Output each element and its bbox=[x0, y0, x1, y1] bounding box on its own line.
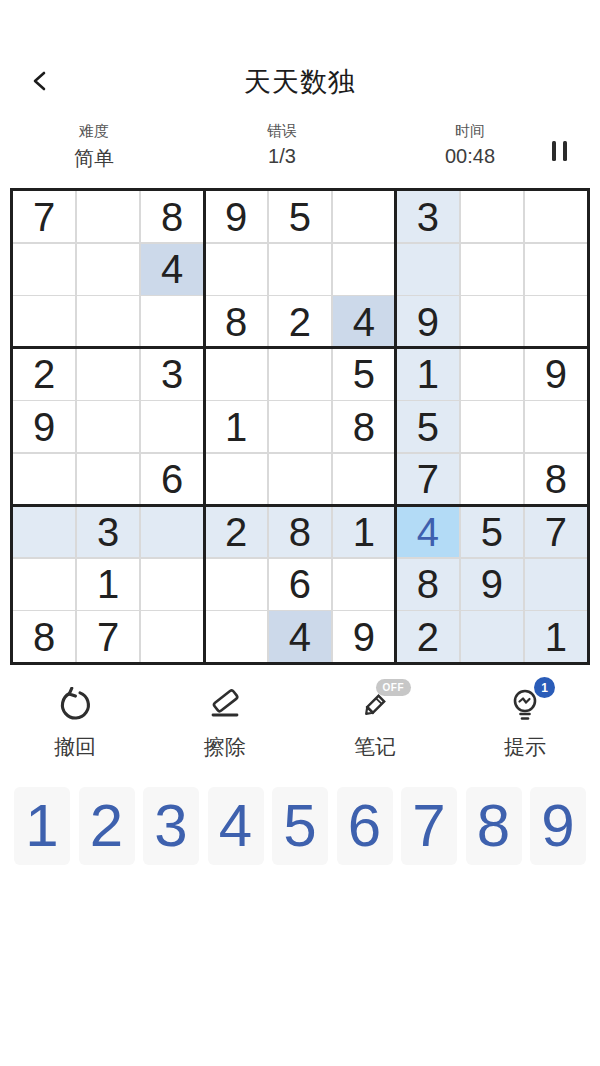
cell-r7c4[interactable]: 2 bbox=[205, 506, 267, 557]
cell-r8c5[interactable]: 6 bbox=[269, 559, 331, 610]
cell-r7c5[interactable]: 8 bbox=[269, 506, 331, 557]
cell-r4c9[interactable]: 9 bbox=[525, 349, 587, 400]
cell-r5c8[interactable] bbox=[461, 401, 523, 452]
numpad-8[interactable]: 8 bbox=[466, 787, 522, 865]
cell-r8c8[interactable]: 9 bbox=[461, 559, 523, 610]
errors-stat: 错误 1/3 bbox=[188, 122, 376, 172]
cell-r5c1[interactable]: 9 bbox=[13, 401, 75, 452]
cell-r7c2[interactable]: 3 bbox=[77, 506, 139, 557]
cell-r2c4[interactable] bbox=[205, 244, 267, 295]
cell-r5c9[interactable] bbox=[525, 401, 587, 452]
cell-r3c9[interactable] bbox=[525, 296, 587, 347]
stats-bar: 难度 简单 错误 1/3 时间 00:48 bbox=[0, 122, 600, 172]
numpad-3[interactable]: 3 bbox=[143, 787, 199, 865]
cell-r2c8[interactable] bbox=[461, 244, 523, 295]
cell-r9c5[interactable]: 4 bbox=[269, 611, 331, 662]
cell-r9c1[interactable]: 8 bbox=[13, 611, 75, 662]
notes-off-badge: OFF bbox=[376, 679, 412, 696]
cell-r3c7[interactable]: 9 bbox=[397, 296, 459, 347]
cell-r1c3[interactable]: 8 bbox=[141, 191, 203, 242]
board-area: 789534824923519918567832814571689874921 bbox=[10, 188, 590, 665]
cell-r9c6[interactable]: 9 bbox=[333, 611, 395, 662]
hint-count-badge: 1 bbox=[534, 677, 555, 698]
cell-r5c7[interactable]: 5 bbox=[397, 401, 459, 452]
undo-button[interactable]: 撤回 bbox=[30, 685, 120, 761]
cell-r4c2[interactable] bbox=[77, 349, 139, 400]
errors-label: 错误 bbox=[188, 122, 376, 141]
lightbulb-icon: 1 bbox=[505, 685, 545, 725]
cell-r2c2[interactable] bbox=[77, 244, 139, 295]
cell-r7c1[interactable] bbox=[13, 506, 75, 557]
cell-r6c3[interactable]: 6 bbox=[141, 454, 203, 505]
cell-r1c6[interactable] bbox=[333, 191, 395, 242]
cell-r5c2[interactable] bbox=[77, 401, 139, 452]
cell-r6c6[interactable] bbox=[333, 454, 395, 505]
numpad-7[interactable]: 7 bbox=[401, 787, 457, 865]
numpad-5[interactable]: 5 bbox=[272, 787, 328, 865]
cell-r3c6[interactable]: 4 bbox=[333, 296, 395, 347]
erase-label: 擦除 bbox=[204, 733, 246, 761]
cell-r2c6[interactable] bbox=[333, 244, 395, 295]
numpad-9[interactable]: 9 bbox=[530, 787, 586, 865]
cell-r5c3[interactable] bbox=[141, 401, 203, 452]
cell-r7c6[interactable]: 1 bbox=[333, 506, 395, 557]
cell-r1c8[interactable] bbox=[461, 191, 523, 242]
cell-r8c4[interactable] bbox=[205, 559, 267, 610]
cell-r6c8[interactable] bbox=[461, 454, 523, 505]
numpad-1[interactable]: 1 bbox=[14, 787, 70, 865]
cell-r8c7[interactable]: 8 bbox=[397, 559, 459, 610]
cell-r9c2[interactable]: 7 bbox=[77, 611, 139, 662]
cell-r3c5[interactable]: 2 bbox=[269, 296, 331, 347]
cell-r4c8[interactable] bbox=[461, 349, 523, 400]
cell-r8c9[interactable] bbox=[525, 559, 587, 610]
cell-r8c3[interactable] bbox=[141, 559, 203, 610]
cell-r6c1[interactable] bbox=[13, 454, 75, 505]
cell-r1c2[interactable] bbox=[77, 191, 139, 242]
cell-r4c7[interactable]: 1 bbox=[397, 349, 459, 400]
cell-r6c9[interactable]: 8 bbox=[525, 454, 587, 505]
cell-r8c6[interactable] bbox=[333, 559, 395, 610]
numpad-4[interactable]: 4 bbox=[208, 787, 264, 865]
cell-r5c4[interactable]: 1 bbox=[205, 401, 267, 452]
cell-r5c5[interactable] bbox=[269, 401, 331, 452]
cell-r3c8[interactable] bbox=[461, 296, 523, 347]
notes-button[interactable]: OFF 笔记 bbox=[330, 685, 420, 761]
cell-r4c3[interactable]: 3 bbox=[141, 349, 203, 400]
cell-r2c7[interactable] bbox=[397, 244, 459, 295]
cell-r9c7[interactable]: 2 bbox=[397, 611, 459, 662]
toolbar: 撤回 擦除 OFF 笔记 bbox=[0, 685, 600, 761]
numpad-2[interactable]: 2 bbox=[79, 787, 135, 865]
cell-r3c2[interactable] bbox=[77, 296, 139, 347]
erase-button[interactable]: 擦除 bbox=[180, 685, 270, 761]
cell-r9c8[interactable] bbox=[461, 611, 523, 662]
undo-icon bbox=[55, 685, 95, 725]
cell-r6c7[interactable]: 7 bbox=[397, 454, 459, 505]
cell-r6c2[interactable] bbox=[77, 454, 139, 505]
cell-r5c6[interactable]: 8 bbox=[333, 401, 395, 452]
header: 天天数独 bbox=[0, 60, 600, 104]
cell-r7c3[interactable] bbox=[141, 506, 203, 557]
cell-r2c1[interactable] bbox=[13, 244, 75, 295]
pencil-icon: OFF bbox=[355, 685, 395, 725]
cell-r1c9[interactable] bbox=[525, 191, 587, 242]
cell-r9c3[interactable] bbox=[141, 611, 203, 662]
time-label: 时间 bbox=[376, 122, 564, 141]
page-title: 天天数独 bbox=[244, 64, 356, 100]
cell-r3c1[interactable] bbox=[13, 296, 75, 347]
hint-label: 提示 bbox=[504, 733, 546, 761]
difficulty-value: 简单 bbox=[0, 145, 188, 172]
cell-r3c3[interactable] bbox=[141, 296, 203, 347]
cell-r4c5[interactable] bbox=[269, 349, 331, 400]
difficulty-label: 难度 bbox=[0, 122, 188, 141]
number-pad: 123456789 bbox=[0, 787, 600, 865]
back-icon bbox=[29, 69, 53, 93]
errors-value: 1/3 bbox=[188, 145, 376, 168]
cell-r8c1[interactable] bbox=[13, 559, 75, 610]
cell-r9c4[interactable] bbox=[205, 611, 267, 662]
back-button[interactable] bbox=[24, 64, 58, 98]
cell-r1c5[interactable]: 5 bbox=[269, 191, 331, 242]
cell-r7c8[interactable]: 5 bbox=[461, 506, 523, 557]
time-value: 00:48 bbox=[376, 145, 564, 168]
cell-r2c3[interactable]: 4 bbox=[141, 244, 203, 295]
cell-r9c9[interactable]: 1 bbox=[525, 611, 587, 662]
pause-button[interactable] bbox=[544, 136, 574, 166]
cell-r1c1[interactable]: 7 bbox=[13, 191, 75, 242]
pause-icon bbox=[552, 141, 556, 161]
sudoku-board: 789534824923519918567832814571689874921 bbox=[10, 188, 590, 665]
undo-label: 撤回 bbox=[54, 733, 96, 761]
cell-r1c7[interactable]: 3 bbox=[397, 191, 459, 242]
cell-r7c7[interactable]: 4 bbox=[397, 506, 459, 557]
cell-r4c1[interactable]: 2 bbox=[13, 349, 75, 400]
time-stat: 时间 00:48 bbox=[376, 122, 564, 172]
difficulty-stat: 难度 简单 bbox=[0, 122, 188, 172]
eraser-icon bbox=[205, 685, 245, 725]
notes-label: 笔记 bbox=[354, 733, 396, 761]
cell-r8c2[interactable]: 1 bbox=[77, 559, 139, 610]
cell-r7c9[interactable]: 7 bbox=[525, 506, 587, 557]
cell-r2c9[interactable] bbox=[525, 244, 587, 295]
cell-r1c4[interactable]: 9 bbox=[205, 191, 267, 242]
hint-button[interactable]: 1 提示 bbox=[480, 685, 570, 761]
numpad-6[interactable]: 6 bbox=[337, 787, 393, 865]
cell-r2c5[interactable] bbox=[269, 244, 331, 295]
cell-r6c4[interactable] bbox=[205, 454, 267, 505]
cell-r4c4[interactable] bbox=[205, 349, 267, 400]
cell-r3c4[interactable]: 8 bbox=[205, 296, 267, 347]
cell-r4c6[interactable]: 5 bbox=[333, 349, 395, 400]
cell-r6c5[interactable] bbox=[269, 454, 331, 505]
